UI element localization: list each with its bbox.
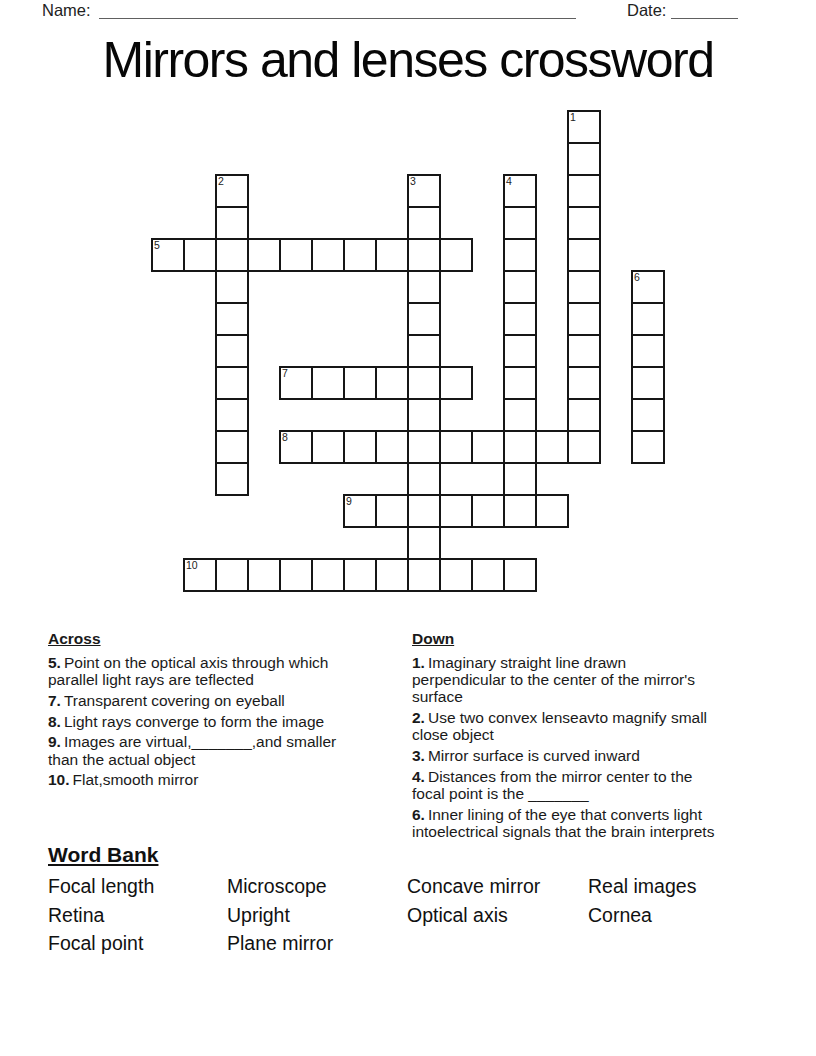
clue-across-9: 9.Images are virtual,_______,and smaller… xyxy=(48,733,406,767)
clue-number: 4. xyxy=(412,768,425,785)
grid-cell[interactable] xyxy=(567,366,601,400)
grid-cell[interactable]: 6 xyxy=(631,270,665,304)
grid-cell[interactable] xyxy=(407,526,441,560)
clue-text: Light rays converge to form the image xyxy=(64,713,324,730)
grid-cell[interactable] xyxy=(375,238,409,272)
date-blank-line[interactable] xyxy=(671,3,738,19)
clue-number-in-cell: 5 xyxy=(154,240,160,251)
grid-cell[interactable]: 10 xyxy=(183,558,217,592)
grid-cell[interactable] xyxy=(407,398,441,432)
grid-cell[interactable] xyxy=(503,430,537,464)
grid-cell[interactable] xyxy=(567,302,601,336)
grid-cell[interactable] xyxy=(567,270,601,304)
grid-cell[interactable]: 7 xyxy=(279,366,313,400)
grid-cell[interactable] xyxy=(311,558,345,592)
grid-cell[interactable] xyxy=(311,366,345,400)
word-bank-item: Retina xyxy=(48,901,227,930)
grid-cell[interactable] xyxy=(631,398,665,432)
grid-cell[interactable] xyxy=(503,206,537,240)
word-bank-item: Real images xyxy=(588,872,778,901)
grid-cell[interactable]: 2 xyxy=(215,174,249,208)
clue-across-7: 7.Transparent covering on eyeball xyxy=(48,692,406,709)
grid-cell[interactable] xyxy=(375,558,409,592)
grid-cell[interactable] xyxy=(375,494,409,528)
clue-number: 5. xyxy=(48,654,61,671)
clue-number: 1. xyxy=(412,654,425,671)
clue-number: 9. xyxy=(48,733,61,750)
word-bank-item: Cornea xyxy=(588,901,778,930)
grid-cell[interactable] xyxy=(183,238,217,272)
grid-cell[interactable] xyxy=(215,206,249,240)
grid-cell[interactable] xyxy=(215,302,249,336)
grid-cell[interactable] xyxy=(471,430,505,464)
clue-text: Transparent covering on eyeball xyxy=(64,692,285,709)
clue-number-in-cell: 3 xyxy=(410,176,416,187)
clue-down-6: 6.Inner lining of the eye that converts … xyxy=(412,806,774,840)
grid-cell[interactable] xyxy=(343,430,377,464)
grid-cell[interactable] xyxy=(471,494,505,528)
page-title: Mirrors and lenses crossword xyxy=(0,31,816,89)
grid-cell[interactable] xyxy=(503,302,537,336)
grid-cell[interactable] xyxy=(439,558,473,592)
clue-number: 6. xyxy=(412,806,425,823)
grid-cell[interactable] xyxy=(567,398,601,432)
grid-cell[interactable] xyxy=(503,462,537,496)
grid-cell[interactable] xyxy=(535,430,569,464)
clue-text: Mirror surface is curved inward xyxy=(428,747,640,764)
grid-cell[interactable] xyxy=(215,398,249,432)
clue-down-2: 2.Use two convex lenseavto magnify small… xyxy=(412,709,774,743)
clue-text: Point on the optical axis through which … xyxy=(48,654,328,688)
grid-cell[interactable] xyxy=(215,558,249,592)
clue-text: Use two convex lenseavto magnify small c… xyxy=(412,709,707,743)
grid-cell[interactable] xyxy=(407,366,441,400)
grid-cell[interactable] xyxy=(375,366,409,400)
grid-cell[interactable] xyxy=(535,494,569,528)
down-heading: Down xyxy=(412,630,774,648)
clue-number-in-cell: 6 xyxy=(634,272,640,283)
grid-cell[interactable] xyxy=(311,430,345,464)
clue-number-in-cell: 10 xyxy=(186,560,198,571)
clue-number-in-cell: 8 xyxy=(282,432,288,443)
name-blank-line[interactable] xyxy=(99,3,576,19)
grid-cell[interactable] xyxy=(407,270,441,304)
word-bank-item: Plane mirror xyxy=(227,929,407,958)
grid-cell[interactable] xyxy=(247,238,281,272)
word-bank-section: Focal lengthMicroscopeConcave mirrorReal… xyxy=(48,872,778,958)
grid-cell[interactable] xyxy=(279,238,313,272)
grid-cell[interactable] xyxy=(407,462,441,496)
grid-cell[interactable] xyxy=(503,334,537,368)
clue-number: 3. xyxy=(412,747,425,764)
grid-cell[interactable] xyxy=(439,238,473,272)
clue-number-in-cell: 9 xyxy=(346,496,352,507)
grid-cell[interactable] xyxy=(215,238,249,272)
date-label: Date: xyxy=(627,1,666,20)
grid-cell[interactable] xyxy=(631,334,665,368)
clue-down-4: 4.Distances from the mirror center to th… xyxy=(412,768,774,802)
grid-cell[interactable] xyxy=(215,430,249,464)
grid-cell[interactable] xyxy=(311,238,345,272)
grid-cell[interactable] xyxy=(439,366,473,400)
grid-cell[interactable] xyxy=(279,558,313,592)
grid-cell[interactable] xyxy=(567,206,601,240)
grid-cell[interactable] xyxy=(407,494,441,528)
grid-cell[interactable] xyxy=(407,558,441,592)
grid-cell[interactable] xyxy=(247,558,281,592)
word-bank-item: Upright xyxy=(227,901,407,930)
grid-cell[interactable] xyxy=(407,206,441,240)
grid-cell[interactable]: 3 xyxy=(407,174,441,208)
across-clues-section: Across 5.Point on the optical axis throu… xyxy=(48,630,406,792)
clue-number: 8. xyxy=(48,713,61,730)
clue-text: Distances from the mirror center to the … xyxy=(412,768,692,802)
clue-number-in-cell: 1 xyxy=(570,112,576,123)
name-label: Name: xyxy=(42,1,91,20)
clue-across-8: 8.Light rays converge to form the image xyxy=(48,713,406,730)
grid-cell[interactable] xyxy=(439,430,473,464)
worksheet-page: Name: Date: Mirrors and lenses crossword… xyxy=(0,0,816,1056)
grid-cell[interactable] xyxy=(215,270,249,304)
grid-cell[interactable] xyxy=(343,366,377,400)
grid-cell[interactable]: 4 xyxy=(503,174,537,208)
down-clues-section: Down 1.Imaginary straight line drawn per… xyxy=(412,630,774,844)
grid-cell[interactable] xyxy=(471,558,505,592)
clue-number: 2. xyxy=(412,709,425,726)
grid-cell[interactable] xyxy=(567,142,601,176)
grid-cell[interactable] xyxy=(407,430,441,464)
clue-number-in-cell: 7 xyxy=(282,368,288,379)
grid-cell[interactable]: 9 xyxy=(343,494,377,528)
clue-text: Inner lining of the eye that converts li… xyxy=(412,806,714,840)
grid-cell[interactable] xyxy=(567,334,601,368)
grid-cell[interactable] xyxy=(215,334,249,368)
clue-text: Imaginary straight line drawn perpendicu… xyxy=(412,654,695,705)
grid-cell[interactable] xyxy=(567,174,601,208)
grid-cell[interactable] xyxy=(407,334,441,368)
word-bank-item: Concave mirror xyxy=(407,872,588,901)
clue-text: Flat,smooth mirror xyxy=(73,771,199,788)
grid-cell[interactable] xyxy=(407,238,441,272)
word-bank-heading: Word Bank xyxy=(48,843,158,867)
clue-down-1: 1.Imaginary straight line drawn perpendi… xyxy=(412,654,774,706)
grid-cell[interactable] xyxy=(503,366,537,400)
word-bank-item: Focal length xyxy=(48,872,227,901)
grid-cell[interactable] xyxy=(343,558,377,592)
clue-number: 7. xyxy=(48,692,61,709)
grid-cell[interactable] xyxy=(343,238,377,272)
word-bank-item: Optical axis xyxy=(407,901,588,930)
grid-cell[interactable] xyxy=(503,558,537,592)
grid-cell[interactable] xyxy=(439,494,473,528)
crossword-grid: 12345678910 xyxy=(151,110,665,592)
grid-cell[interactable] xyxy=(503,270,537,304)
grid-cell[interactable]: 1 xyxy=(567,110,601,144)
grid-cell[interactable] xyxy=(567,430,601,464)
clue-number-in-cell: 2 xyxy=(218,176,224,187)
word-bank-item: Microscope xyxy=(227,872,407,901)
grid-cell[interactable]: 5 xyxy=(151,238,185,272)
clue-number: 10. xyxy=(48,771,70,788)
clue-text: Images are virtual,_______,and smaller t… xyxy=(48,733,336,767)
grid-cell[interactable] xyxy=(631,302,665,336)
grid-cell[interactable]: 8 xyxy=(279,430,313,464)
grid-cell[interactable] xyxy=(215,366,249,400)
grid-cell[interactable] xyxy=(407,302,441,336)
across-heading: Across xyxy=(48,630,406,648)
grid-cell[interactable] xyxy=(215,462,249,496)
word-bank-item: Focal point xyxy=(48,929,227,958)
clue-down-3: 3.Mirror surface is curved inward xyxy=(412,747,774,764)
grid-cell[interactable] xyxy=(567,238,601,272)
grid-cell[interactable] xyxy=(503,398,537,432)
grid-cell[interactable] xyxy=(375,430,409,464)
grid-cell[interactable] xyxy=(503,494,537,528)
clue-number-in-cell: 4 xyxy=(506,176,512,187)
grid-cell[interactable] xyxy=(631,366,665,400)
grid-cell[interactable] xyxy=(503,238,537,272)
grid-cell[interactable] xyxy=(631,430,665,464)
clue-across-10: 10.Flat,smooth mirror xyxy=(48,771,406,788)
clue-across-5: 5.Point on the optical axis through whic… xyxy=(48,654,406,688)
